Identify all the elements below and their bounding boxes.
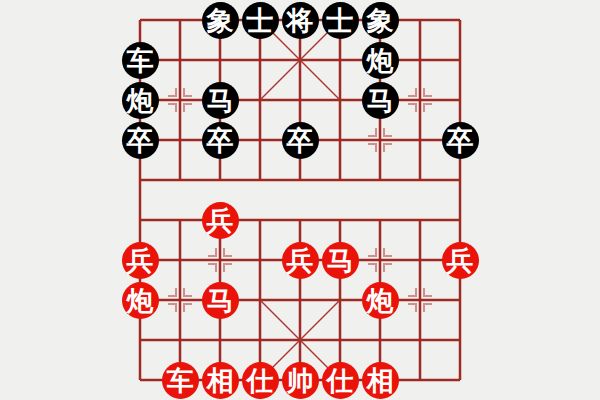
piece-red-pawn[interactable]: 兵 bbox=[282, 242, 319, 279]
piece-black-pawn[interactable]: 卒 bbox=[442, 122, 479, 159]
piece-black-cannon[interactable]: 炮 bbox=[362, 42, 399, 79]
piece-red-rook[interactable]: 车 bbox=[162, 362, 199, 399]
piece-black-pawn[interactable]: 卒 bbox=[202, 122, 239, 159]
piece-red-king[interactable]: 帅 bbox=[282, 362, 319, 399]
piece-black-advisor[interactable]: 士 bbox=[322, 2, 359, 39]
piece-red-cannon[interactable]: 炮 bbox=[122, 282, 159, 319]
piece-red-pawn[interactable]: 兵 bbox=[122, 242, 159, 279]
piece-red-advisor[interactable]: 仕 bbox=[242, 362, 279, 399]
piece-black-horse[interactable]: 马 bbox=[202, 82, 239, 119]
piece-red-horse[interactable]: 马 bbox=[322, 242, 359, 279]
piece-red-pawn[interactable]: 兵 bbox=[202, 202, 239, 239]
piece-red-elephant[interactable]: 相 bbox=[202, 362, 239, 399]
piece-black-elephant[interactable]: 象 bbox=[362, 2, 399, 39]
piece-black-horse[interactable]: 马 bbox=[362, 82, 399, 119]
piece-red-elephant[interactable]: 相 bbox=[362, 362, 399, 399]
piece-black-elephant[interactable]: 象 bbox=[202, 2, 239, 39]
piece-black-king[interactable]: 将 bbox=[282, 2, 319, 39]
piece-black-cannon[interactable]: 炮 bbox=[122, 82, 159, 119]
piece-red-advisor[interactable]: 仕 bbox=[322, 362, 359, 399]
xiangqi-app: 象士将士象车炮炮马马卒卒卒卒兵兵兵马兵炮马炮车相仕帅仕相 bbox=[0, 0, 600, 400]
piece-red-horse[interactable]: 马 bbox=[202, 282, 239, 319]
piece-black-pawn[interactable]: 卒 bbox=[122, 122, 159, 159]
piece-black-pawn[interactable]: 卒 bbox=[282, 122, 319, 159]
piece-red-pawn[interactable]: 兵 bbox=[442, 242, 479, 279]
piece-black-advisor[interactable]: 士 bbox=[242, 2, 279, 39]
piece-red-cannon[interactable]: 炮 bbox=[362, 282, 399, 319]
pieces-layer: 象士将士象车炮炮马马卒卒卒卒兵兵兵马兵炮马炮车相仕帅仕相 bbox=[120, 0, 480, 400]
piece-black-rook[interactable]: 车 bbox=[122, 42, 159, 79]
